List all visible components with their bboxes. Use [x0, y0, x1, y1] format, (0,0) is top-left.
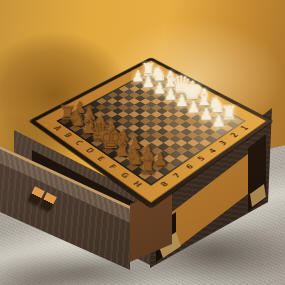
file-label-d: D — [83, 147, 95, 155]
file-label-b: B — [62, 132, 73, 139]
rank-label-2: 2 — [229, 132, 240, 139]
file-label-g: G — [118, 171, 130, 179]
rank-label-7: 7 — [172, 172, 184, 180]
rank-label-1: 1 — [240, 125, 251, 131]
file-label-c: C — [73, 140, 84, 147]
chess-set-photo: ABCDEFGH12345678♜♞♟♝♟♛♟♚♟♝♟♞♟♟♜♟♟♜♟♟♞♟♝♟… — [0, 0, 285, 285]
rank-label-4: 4 — [207, 147, 218, 154]
file-label-h: H — [131, 180, 144, 189]
file-label-f: F — [107, 163, 118, 170]
white-pawn-icon: ♟ — [211, 113, 226, 129]
file-label-a: A — [51, 125, 62, 132]
rank-label-5: 5 — [196, 155, 207, 162]
rank-label-8: 8 — [159, 180, 171, 188]
rank-label-6: 6 — [184, 163, 195, 170]
file-label-e: E — [95, 155, 106, 162]
rank-label-3: 3 — [218, 140, 229, 147]
black-rook-icon: ♜ — [138, 156, 157, 177]
